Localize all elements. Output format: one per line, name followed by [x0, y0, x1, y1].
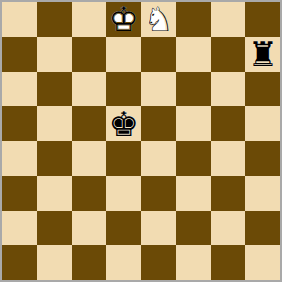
square-a5[interactable]: [2, 106, 37, 141]
square-a4[interactable]: [2, 141, 37, 176]
square-h7[interactable]: ♜: [245, 37, 280, 72]
square-b1[interactable]: [37, 245, 72, 280]
square-h8[interactable]: [245, 2, 280, 37]
square-g1[interactable]: [211, 245, 246, 280]
square-h5[interactable]: [245, 106, 280, 141]
square-a6[interactable]: [2, 72, 37, 107]
square-d7[interactable]: [106, 37, 141, 72]
square-h4[interactable]: [245, 141, 280, 176]
white-knight-outline: ♘: [141, 2, 176, 37]
square-h3[interactable]: [245, 176, 280, 211]
square-b6[interactable]: [37, 72, 72, 107]
square-c4[interactable]: [72, 141, 107, 176]
white-king[interactable]: ♚♔: [106, 2, 141, 37]
square-d3[interactable]: [106, 176, 141, 211]
square-d4[interactable]: [106, 141, 141, 176]
square-g4[interactable]: [211, 141, 246, 176]
square-d5[interactable]: ♚: [106, 106, 141, 141]
square-b2[interactable]: [37, 211, 72, 246]
square-b3[interactable]: [37, 176, 72, 211]
square-f8[interactable]: [176, 2, 211, 37]
square-g7[interactable]: [211, 37, 246, 72]
square-f6[interactable]: [176, 72, 211, 107]
square-g2[interactable]: [211, 211, 246, 246]
white-knight[interactable]: ♞♘: [141, 2, 176, 37]
square-f1[interactable]: [176, 245, 211, 280]
chess-board: ♚♔♞♘♜♚: [2, 2, 280, 280]
square-e4[interactable]: [141, 141, 176, 176]
square-g6[interactable]: [211, 72, 246, 107]
square-b7[interactable]: [37, 37, 72, 72]
square-e8[interactable]: ♞♘: [141, 2, 176, 37]
square-c1[interactable]: [72, 245, 107, 280]
square-h2[interactable]: [245, 211, 280, 246]
square-e1[interactable]: [141, 245, 176, 280]
square-a3[interactable]: [2, 176, 37, 211]
square-b4[interactable]: [37, 141, 72, 176]
square-e5[interactable]: [141, 106, 176, 141]
square-a7[interactable]: [2, 37, 37, 72]
square-c3[interactable]: [72, 176, 107, 211]
square-d6[interactable]: [106, 72, 141, 107]
square-h1[interactable]: [245, 245, 280, 280]
white-king-outline: ♔: [106, 2, 141, 37]
white-knight-fill: ♞: [141, 2, 176, 37]
square-b5[interactable]: [37, 106, 72, 141]
square-d1[interactable]: [106, 245, 141, 280]
square-c7[interactable]: [72, 37, 107, 72]
chess-board-frame: ♚♔♞♘♜♚: [0, 0, 282, 282]
square-d2[interactable]: [106, 211, 141, 246]
square-a1[interactable]: [2, 245, 37, 280]
square-f2[interactable]: [176, 211, 211, 246]
square-c5[interactable]: [72, 106, 107, 141]
square-e7[interactable]: [141, 37, 176, 72]
black-rook-glyph: ♜: [245, 37, 280, 72]
square-c8[interactable]: [72, 2, 107, 37]
square-h6[interactable]: [245, 72, 280, 107]
square-g5[interactable]: [211, 106, 246, 141]
square-b8[interactable]: [37, 2, 72, 37]
black-rook[interactable]: ♜: [245, 37, 280, 72]
square-e3[interactable]: [141, 176, 176, 211]
square-a8[interactable]: [2, 2, 37, 37]
square-e6[interactable]: [141, 72, 176, 107]
black-king-glyph: ♚: [106, 106, 141, 141]
square-d8[interactable]: ♚♔: [106, 2, 141, 37]
square-c6[interactable]: [72, 72, 107, 107]
black-king[interactable]: ♚: [106, 106, 141, 141]
square-f5[interactable]: [176, 106, 211, 141]
white-king-fill: ♚: [106, 2, 141, 37]
square-f3[interactable]: [176, 176, 211, 211]
square-f7[interactable]: [176, 37, 211, 72]
square-f4[interactable]: [176, 141, 211, 176]
square-g8[interactable]: [211, 2, 246, 37]
square-a2[interactable]: [2, 211, 37, 246]
square-c2[interactable]: [72, 211, 107, 246]
square-g3[interactable]: [211, 176, 246, 211]
square-e2[interactable]: [141, 211, 176, 246]
